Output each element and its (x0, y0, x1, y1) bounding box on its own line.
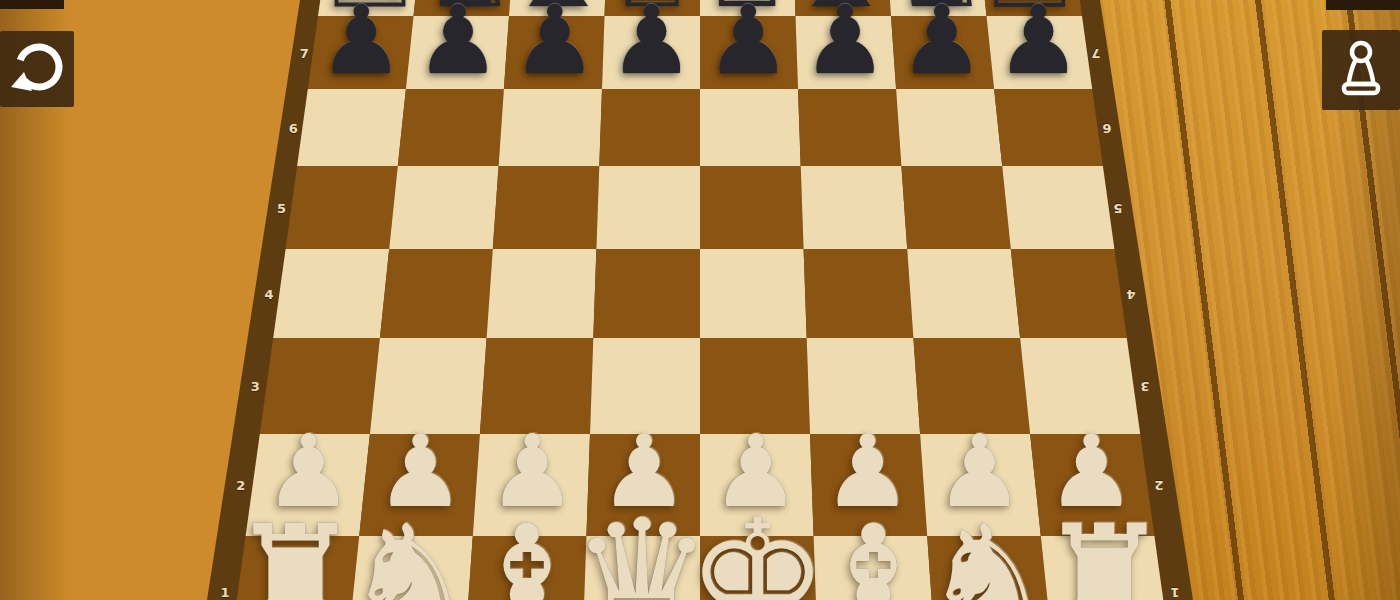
square-h6[interactable] (994, 89, 1103, 166)
square-a5[interactable] (286, 166, 398, 249)
rank-label-5-left: 5 (277, 200, 286, 215)
square-f4[interactable] (804, 249, 914, 338)
rank-label-1-right: 1 (1170, 585, 1179, 600)
square-d5[interactable] (596, 166, 700, 249)
square-c4[interactable] (487, 249, 597, 338)
pawn-button[interactable] (1322, 30, 1400, 110)
square-f5[interactable] (801, 166, 908, 249)
piece-black-pawn-c7[interactable]: ♟ (512, 0, 597, 88)
rank-label-4-right: 4 (1127, 286, 1136, 301)
piece-white-rook-h1[interactable]: ♜ (1037, 505, 1171, 600)
piece-black-pawn-e7[interactable]: ♟ (706, 0, 791, 88)
square-h5[interactable] (1002, 166, 1114, 249)
piece-black-pawn-b7[interactable]: ♟ (416, 0, 501, 88)
square-a6[interactable] (297, 89, 406, 166)
piece-black-pawn-a7[interactable]: ♟ (319, 0, 404, 88)
top-right-corner-strip (1326, 0, 1400, 10)
piece-black-pawn-f7[interactable]: ♟ (803, 0, 888, 88)
piece-white-knight-b1[interactable]: ♞ (344, 505, 478, 600)
restart-circular-arrow-icon (0, 31, 74, 107)
rank-label-7-left: 7 (300, 45, 309, 60)
square-e5[interactable] (700, 166, 804, 249)
square-d6[interactable] (599, 89, 700, 166)
piece-black-pawn-h7[interactable]: ♟ (996, 0, 1081, 88)
rank-label-2-left: 2 (236, 478, 245, 493)
square-b6[interactable] (398, 89, 504, 166)
chess-app-screen: 8877665544332211 ♜♞♝♛♚♝♞♜♟♟♟♟♟♟♟♟♟♟♟♟♟♟♟… (0, 0, 1400, 600)
rank-label-5-right: 5 (1114, 200, 1123, 215)
square-b4[interactable] (380, 249, 493, 338)
rank-label-3-left: 3 (251, 379, 260, 394)
square-g6[interactable] (896, 89, 1002, 166)
square-g5[interactable] (901, 166, 1010, 249)
rank-label-6-right: 6 (1102, 120, 1111, 135)
restart-button[interactable] (0, 31, 74, 107)
piece-black-pawn-g7[interactable]: ♟ (899, 0, 984, 88)
square-e4[interactable] (700, 249, 807, 338)
square-c5[interactable] (493, 166, 600, 249)
square-h4[interactable] (1011, 249, 1127, 338)
square-a4[interactable] (273, 249, 389, 338)
square-g4[interactable] (907, 249, 1020, 338)
rank-label-3-right: 3 (1140, 379, 1149, 394)
square-e6[interactable] (700, 89, 801, 166)
square-f6[interactable] (798, 89, 901, 166)
top-left-corner-strip (0, 0, 64, 9)
piece-white-knight-g1[interactable]: ♞ (922, 505, 1056, 600)
square-d4[interactable] (593, 249, 700, 338)
rank-label-4-left: 4 (264, 286, 273, 301)
pawn-outline-icon (1322, 30, 1400, 110)
rank-label-6-left: 6 (289, 120, 298, 135)
piece-white-bishop-f1[interactable]: ♝ (806, 505, 940, 600)
rank-label-7-right: 7 (1091, 45, 1100, 60)
square-b5[interactable] (389, 166, 498, 249)
rank-label-2-right: 2 (1155, 478, 1164, 493)
square-c6[interactable] (499, 89, 602, 166)
piece-black-pawn-d7[interactable]: ♟ (609, 0, 694, 88)
piece-white-rook-a1[interactable]: ♜ (228, 505, 362, 600)
